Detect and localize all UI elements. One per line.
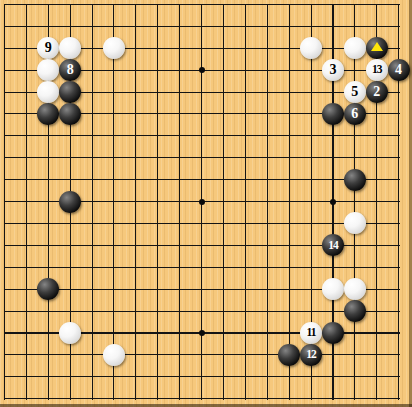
stone-black	[322, 103, 344, 125]
stone-white	[344, 212, 366, 234]
stone-black	[344, 169, 366, 191]
move-number: 3	[329, 63, 336, 77]
stone-black	[344, 300, 366, 322]
stone-black	[59, 191, 81, 213]
move-number: 13	[372, 64, 382, 76]
move-number: 12	[306, 349, 316, 361]
stone-white: 5	[344, 81, 366, 103]
stone-black: 4	[388, 59, 410, 81]
stone-black	[59, 81, 81, 103]
stone-white: 3	[322, 59, 344, 81]
move-number: 8	[67, 63, 74, 77]
stone-white	[59, 37, 81, 59]
stone-black: 14	[322, 234, 344, 256]
stone-black	[59, 103, 81, 125]
stone-white	[300, 37, 322, 59]
move-number: 2	[373, 85, 380, 99]
triangle-marker-icon	[371, 42, 383, 51]
stone-white	[37, 81, 59, 103]
stone-white	[344, 37, 366, 59]
stone-white	[59, 322, 81, 344]
stone-black	[322, 322, 344, 344]
go-board[interactable]: 983134526141112	[0, 0, 412, 407]
stone-white	[103, 344, 125, 366]
stone-black	[37, 278, 59, 300]
stone-white: 11	[300, 322, 322, 344]
stone-white	[37, 59, 59, 81]
move-number: 14	[328, 240, 338, 252]
stone-black	[366, 37, 388, 59]
stone-black: 2	[366, 81, 388, 103]
stone-black: 8	[59, 59, 81, 81]
stone-white	[344, 278, 366, 300]
stone-black	[37, 103, 59, 125]
move-number: 5	[351, 85, 358, 99]
stone-white	[103, 37, 125, 59]
stone-black	[278, 344, 300, 366]
move-number: 6	[351, 107, 358, 121]
stone-white: 13	[366, 59, 388, 81]
move-number: 9	[45, 41, 52, 55]
stones-layer: 983134526141112	[0, 0, 409, 407]
stone-white: 9	[37, 37, 59, 59]
stone-black: 12	[300, 344, 322, 366]
stone-white	[322, 278, 344, 300]
move-number: 4	[395, 63, 402, 77]
stone-black: 6	[344, 103, 366, 125]
move-number: 11	[307, 327, 316, 339]
